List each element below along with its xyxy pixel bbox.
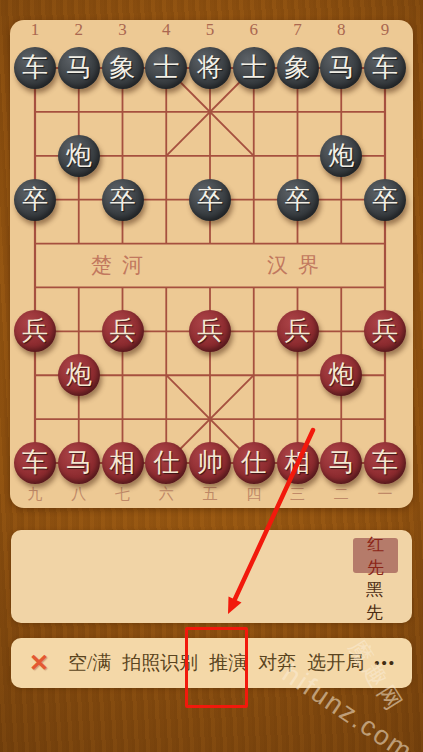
file-label-top-4: 4 [162, 20, 171, 40]
file-label-top-5: 5 [206, 20, 215, 40]
red-piece-disc: 车 [14, 442, 56, 484]
piece-glyph: 卒 [372, 187, 398, 213]
piece-glyph: 士 [241, 55, 267, 81]
piece-red-仕[interactable]: 仕 [144, 441, 188, 485]
piece-black-士[interactable]: 士 [232, 46, 276, 90]
file-label-bottom-8: 二 [334, 485, 349, 504]
black-piece-disc: 卒 [364, 179, 406, 221]
red-piece-disc: 兵 [364, 310, 406, 352]
red-piece-disc: 相 [102, 442, 144, 484]
piece-glyph: 马 [328, 55, 354, 81]
piece-red-马[interactable]: 马 [57, 441, 101, 485]
piece-glyph: 马 [328, 450, 354, 476]
piece-red-兵[interactable]: 兵 [276, 309, 320, 353]
close-icon[interactable]: ✕ [29, 649, 57, 677]
piece-glyph: 相 [110, 450, 136, 476]
piece-glyph: 兵 [22, 318, 48, 344]
simulate-button[interactable]: 推演 [209, 650, 247, 676]
piece-red-马[interactable]: 马 [319, 441, 363, 485]
black-piece-disc: 将 [189, 47, 231, 89]
piece-red-炮[interactable]: 炮 [319, 353, 363, 397]
red-piece-disc: 相 [277, 442, 319, 484]
file-label-top-8: 8 [337, 20, 346, 40]
bottom-toolbar: ✕ 空/满拍照识别推演对弈选开局 ••• [11, 638, 412, 688]
piece-black-卒[interactable]: 卒 [13, 178, 57, 222]
piece-black-车[interactable]: 车 [13, 46, 57, 90]
file-label-top-2: 2 [75, 20, 84, 40]
piece-glyph: 炮 [328, 362, 354, 388]
piece-black-卒[interactable]: 卒 [188, 178, 232, 222]
red-first-button[interactable]: 红先 [353, 538, 398, 573]
file-label-bottom-2: 八 [71, 485, 86, 504]
black-piece-disc: 马 [58, 47, 100, 89]
piece-glyph: 士 [153, 55, 179, 81]
red-piece-disc: 兵 [277, 310, 319, 352]
piece-glyph: 马 [66, 450, 92, 476]
piece-glyph: 将 [197, 55, 223, 81]
piece-glyph: 卒 [197, 187, 223, 213]
piece-black-将[interactable]: 将 [188, 46, 232, 90]
piece-black-卒[interactable]: 卒 [276, 178, 320, 222]
more-options-icon[interactable]: ••• [374, 655, 396, 672]
piece-red-仕[interactable]: 仕 [232, 441, 276, 485]
black-piece-disc: 士 [145, 47, 187, 89]
piece-red-相[interactable]: 相 [101, 441, 145, 485]
black-piece-disc: 炮 [58, 135, 100, 177]
piece-black-马[interactable]: 马 [319, 46, 363, 90]
black-first-button[interactable]: 黑先 [352, 588, 397, 614]
file-label-bottom-6: 四 [246, 485, 261, 504]
piece-glyph: 象 [285, 55, 311, 81]
red-piece-disc: 车 [364, 442, 406, 484]
black-piece-disc: 马 [320, 47, 362, 89]
piece-glyph: 相 [285, 450, 311, 476]
piece-glyph: 炮 [328, 143, 354, 169]
piece-black-马[interactable]: 马 [57, 46, 101, 90]
file-label-top-3: 3 [118, 20, 127, 40]
piece-black-车[interactable]: 车 [363, 46, 407, 90]
file-label-bottom-4: 六 [159, 485, 174, 504]
xiangqi-board[interactable]: 123456789九八七六五四三二一 楚河 汉界 车马象士将士象马车炮炮卒卒卒卒… [10, 20, 413, 508]
file-label-bottom-1: 九 [28, 485, 43, 504]
piece-black-卒[interactable]: 卒 [363, 178, 407, 222]
piece-red-帅[interactable]: 帅 [188, 441, 232, 485]
black-piece-disc: 卒 [189, 179, 231, 221]
black-piece-disc: 炮 [320, 135, 362, 177]
piece-glyph: 帅 [197, 450, 223, 476]
red-piece-disc: 兵 [102, 310, 144, 352]
black-piece-disc: 车 [14, 47, 56, 89]
black-piece-disc: 卒 [277, 179, 319, 221]
piece-red-炮[interactable]: 炮 [57, 353, 101, 397]
piece-black-象[interactable]: 象 [276, 46, 320, 90]
file-label-top-7: 7 [293, 20, 302, 40]
piece-glyph: 仕 [153, 450, 179, 476]
file-label-bottom-9: 一 [378, 485, 393, 504]
red-piece-disc: 仕 [233, 442, 275, 484]
black-piece-disc: 车 [364, 47, 406, 89]
pieces-grid: 车马象士将士象马车炮炮卒卒卒卒卒兵兵兵兵兵炮炮车马相仕帅仕相马车 [13, 46, 407, 485]
black-piece-disc: 士 [233, 47, 275, 89]
piece-black-士[interactable]: 士 [144, 46, 188, 90]
piece-glyph: 马 [66, 55, 92, 81]
play-game-button[interactable]: 对弈 [258, 650, 296, 676]
black-piece-disc: 象 [277, 47, 319, 89]
red-piece-disc: 兵 [14, 310, 56, 352]
file-label-bottom-3: 七 [115, 485, 130, 504]
piece-glyph: 兵 [110, 318, 136, 344]
piece-red-兵[interactable]: 兵 [101, 309, 145, 353]
piece-red-车[interactable]: 车 [13, 441, 57, 485]
piece-red-相[interactable]: 相 [276, 441, 320, 485]
piece-glyph: 兵 [285, 318, 311, 344]
piece-glyph: 兵 [372, 318, 398, 344]
red-piece-disc: 仕 [145, 442, 187, 484]
piece-glyph: 车 [22, 450, 48, 476]
piece-glyph: 卒 [22, 187, 48, 213]
file-label-bottom-5: 五 [203, 485, 218, 504]
photo-recognition-button[interactable]: 拍照识别 [122, 650, 198, 676]
piece-glyph: 车 [372, 450, 398, 476]
piece-glyph: 炮 [66, 143, 92, 169]
piece-glyph: 兵 [197, 318, 223, 344]
app-screen: 123456789九八七六五四三二一 楚河 汉界 车马象士将士象马车炮炮卒卒卒卒… [0, 0, 423, 752]
piece-red-兵[interactable]: 兵 [363, 309, 407, 353]
red-piece-disc: 炮 [58, 354, 100, 396]
piece-red-兵[interactable]: 兵 [188, 309, 232, 353]
red-piece-disc: 马 [58, 442, 100, 484]
piece-black-象[interactable]: 象 [101, 46, 145, 90]
empty-full-button[interactable]: 空/满 [68, 650, 111, 676]
move-list-panel: 红先 黑先 [11, 530, 412, 623]
red-piece-disc: 马 [320, 442, 362, 484]
black-piece-disc: 卒 [102, 179, 144, 221]
black-piece-disc: 象 [102, 47, 144, 89]
file-label-top-1: 1 [31, 20, 40, 40]
red-piece-disc: 帅 [189, 442, 231, 484]
piece-red-车[interactable]: 车 [363, 441, 407, 485]
piece-glyph: 炮 [66, 362, 92, 388]
piece-red-兵[interactable]: 兵 [13, 309, 57, 353]
piece-glyph: 象 [110, 55, 136, 81]
choose-opening-button[interactable]: 选开局 [307, 650, 364, 676]
black-piece-disc: 卒 [14, 179, 56, 221]
piece-black-卒[interactable]: 卒 [101, 178, 145, 222]
piece-glyph: 卒 [110, 187, 136, 213]
piece-glyph: 车 [22, 55, 48, 81]
piece-glyph: 仕 [241, 450, 267, 476]
piece-black-炮[interactable]: 炮 [57, 134, 101, 178]
red-piece-disc: 炮 [320, 354, 362, 396]
piece-glyph: 卒 [285, 187, 311, 213]
file-label-top-9: 9 [381, 20, 390, 40]
file-label-bottom-7: 三 [290, 485, 305, 504]
red-piece-disc: 兵 [189, 310, 231, 352]
piece-glyph: 车 [372, 55, 398, 81]
file-label-top-6: 6 [250, 20, 259, 40]
piece-black-炮[interactable]: 炮 [319, 134, 363, 178]
